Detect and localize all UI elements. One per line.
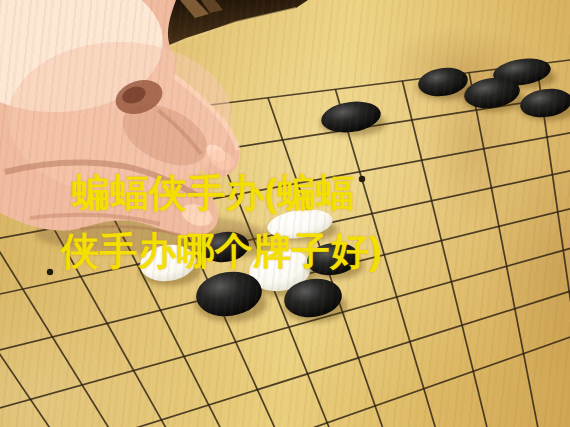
star-point — [47, 269, 53, 275]
go-board-photo: 蝙蝠侠手办(蝙蝠 侠手办哪个牌子好) — [0, 0, 570, 427]
grid-line — [402, 81, 488, 427]
star-point — [359, 176, 365, 182]
skin-midtone — [8, 42, 232, 194]
hand — [0, 0, 239, 237]
board-graphic — [0, 0, 570, 427]
grid-line — [469, 73, 539, 427]
